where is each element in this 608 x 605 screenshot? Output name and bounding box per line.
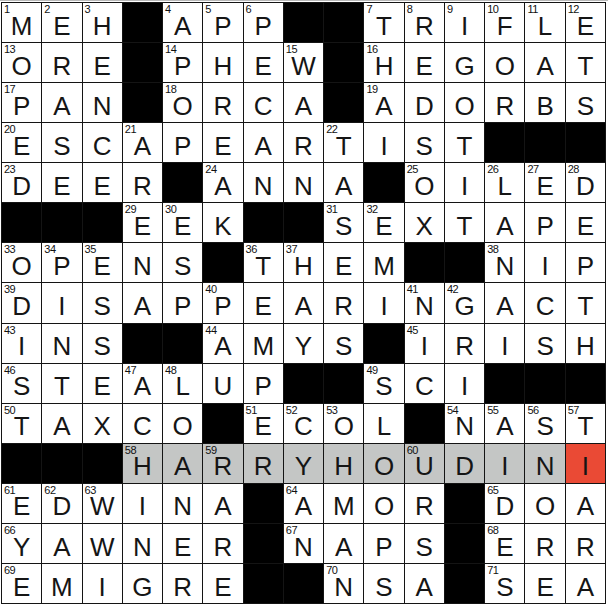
cell-r13c15[interactable]: A [566, 484, 605, 523]
cell-r11c2[interactable]: A [42, 404, 81, 443]
cell-r15c6[interactable]: E [203, 564, 242, 603]
cell-r10c5[interactable]: 48L [163, 364, 202, 403]
cell-letter-r11c3: X [93, 413, 110, 439]
clue-number-3: 3 [85, 4, 91, 15]
cell-r6c15[interactable]: E [566, 203, 605, 242]
cell-r8c15[interactable]: T [566, 283, 605, 322]
cell-r1c1[interactable]: 1M [2, 3, 41, 42]
cell-letter-r7c2: P [53, 253, 70, 279]
black-cell-r15c8 [284, 564, 323, 603]
cell-r1c5[interactable]: 4A [163, 3, 202, 42]
black-cell-r15c12 [445, 564, 484, 603]
cell-r4c8[interactable]: R [284, 123, 323, 162]
cell-letter-r8c15: T [577, 293, 593, 319]
cell-r4c4[interactable]: 21A [123, 123, 162, 162]
cell-r6c13[interactable]: A [485, 203, 524, 242]
cell-r14c13[interactable]: 68E [485, 524, 524, 563]
cell-r2c6[interactable]: H [203, 43, 242, 82]
cell-r3c15[interactable]: S [566, 83, 605, 122]
cell-letter-r14c13: E [496, 534, 513, 560]
cell-r12c5[interactable]: A [163, 444, 202, 483]
black-cell-r9c4 [123, 324, 162, 363]
cell-r9c9[interactable]: S [324, 324, 363, 363]
black-cell-r15c7 [244, 564, 283, 603]
cell-r3c10[interactable]: 19A [364, 83, 403, 122]
cell-r10c7[interactable]: P [244, 364, 283, 403]
cell-letter-r7c15: P [577, 253, 594, 279]
cell-letter-r8c11: N [415, 293, 434, 319]
cell-r3c5[interactable]: 18O [163, 83, 202, 122]
cell-letter-r3c1: P [13, 93, 30, 119]
top-edge-line [0, 0, 608, 1]
cell-r9c7[interactable]: M [244, 324, 283, 363]
cell-r12c15[interactable]: I [566, 444, 605, 483]
cell-r1c13[interactable]: 10F [485, 3, 524, 42]
cell-r7c9[interactable]: E [324, 243, 363, 282]
cell-letter-r10c5: L [175, 373, 189, 399]
cell-letter-r15c6: E [214, 574, 231, 600]
cell-r1c6[interactable]: 5P [203, 3, 242, 42]
cell-letter-r5c15: D [576, 173, 595, 199]
cell-letter-r7c14: I [541, 253, 548, 279]
cell-r13c2[interactable]: 62D [42, 484, 81, 523]
black-cell-r4c15 [566, 123, 605, 162]
cell-letter-r3c12: O [454, 93, 474, 119]
cell-r12c7[interactable]: R [244, 444, 283, 483]
black-cell-r7c6 [203, 243, 242, 282]
cell-letter-r11c13: A [496, 413, 513, 439]
cell-letter-r9c2: N [53, 333, 72, 359]
black-cell-r1c8 [284, 3, 323, 42]
cell-r5c2[interactable]: E [42, 163, 81, 202]
cell-letter-r12c5: A [174, 453, 191, 479]
cell-r9c12[interactable]: R [445, 324, 484, 363]
cell-letter-r7c3: E [93, 253, 110, 279]
cell-r1c3[interactable]: 3H [83, 3, 122, 42]
cell-r10c12[interactable]: I [445, 364, 484, 403]
cell-r6c14[interactable]: P [525, 203, 564, 242]
cell-r13c6[interactable]: A [203, 484, 242, 523]
cell-r8c4[interactable]: A [123, 283, 162, 322]
cell-r15c13[interactable]: 71S [485, 564, 524, 603]
cell-letter-r3c13: R [495, 93, 514, 119]
cell-r11c13[interactable]: 55A [485, 404, 524, 443]
cell-r8c11[interactable]: 41N [405, 283, 444, 322]
cell-r2c5[interactable]: 14P [163, 43, 202, 82]
cell-r3c13[interactable]: R [485, 83, 524, 122]
cell-r12c13[interactable]: I [485, 444, 524, 483]
cell-r4c12[interactable]: T [445, 123, 484, 162]
cell-letter-r8c12: G [454, 293, 474, 319]
cell-r7c13[interactable]: 38N [485, 243, 524, 282]
cell-r4c6[interactable]: E [203, 123, 242, 162]
cell-r5c8[interactable]: N [284, 163, 323, 202]
cell-r5c9[interactable]: A [324, 163, 363, 202]
cell-r13c5[interactable]: N [163, 484, 202, 523]
cell-letter-r10c7: P [255, 373, 272, 399]
cell-r11c9[interactable]: 53O [324, 404, 363, 443]
cell-r11c10[interactable]: L [364, 404, 403, 443]
cell-r15c3[interactable]: I [83, 564, 122, 603]
cell-r9c1[interactable]: 43I [2, 324, 41, 363]
cell-letter-r5c14: E [536, 173, 553, 199]
cell-r1c12[interactable]: 9I [445, 3, 484, 42]
cell-r12c10[interactable]: O [364, 444, 403, 483]
black-cell-r2c9 [324, 43, 363, 82]
cell-letter-r1c11: R [415, 13, 434, 39]
cell-r13c1[interactable]: 61E [2, 484, 41, 523]
cell-r10c4[interactable]: 47A [123, 364, 162, 403]
cell-r14c4[interactable]: N [123, 524, 162, 563]
cell-r10c3[interactable]: E [83, 364, 122, 403]
cell-r15c14[interactable]: E [525, 564, 564, 603]
cell-r15c4[interactable]: G [123, 564, 162, 603]
cell-r7c3[interactable]: 35E [83, 243, 122, 282]
cell-r1c11[interactable]: 8R [405, 3, 444, 42]
cell-r2c8[interactable]: 15W [284, 43, 323, 82]
cell-r2c7[interactable]: E [244, 43, 283, 82]
cell-letter-r5c11: O [414, 173, 434, 199]
cell-letter-r14c6: R [214, 534, 233, 560]
cell-r15c10[interactable]: S [364, 564, 403, 603]
cell-r4c1[interactable]: 20E [2, 123, 41, 162]
cell-r15c5[interactable]: R [163, 564, 202, 603]
cell-r12c14[interactable]: N [525, 444, 564, 483]
cell-letter-r13c10: O [374, 493, 394, 519]
cell-r6c5[interactable]: 30E [163, 203, 202, 242]
cell-r7c5[interactable]: S [163, 243, 202, 282]
cell-r10c10[interactable]: 49S [364, 364, 403, 403]
cell-letter-r7c4: N [133, 253, 152, 279]
black-cell-r10c9 [324, 364, 363, 403]
cell-r14c14[interactable]: R [525, 524, 564, 563]
cell-r14c8[interactable]: 67N [284, 524, 323, 563]
cell-r7c14[interactable]: I [525, 243, 564, 282]
cell-r15c11[interactable]: A [405, 564, 444, 603]
cell-r1c2[interactable]: 2E [42, 3, 81, 42]
black-cell-r4c14 [525, 123, 564, 162]
cell-r5c7[interactable]: N [244, 163, 283, 202]
cell-letter-r11c7: E [255, 413, 272, 439]
cell-r9c8[interactable]: Y [284, 324, 323, 363]
cell-r8c8[interactable]: A [284, 283, 323, 322]
cell-r5c6[interactable]: 24A [203, 163, 242, 202]
cell-r8c5[interactable]: P [163, 283, 202, 322]
cell-r15c1[interactable]: 69E [2, 564, 41, 603]
cell-letter-r2c6: H [214, 53, 233, 79]
cell-r2c1[interactable]: 13O [2, 43, 41, 82]
cell-letter-r2c12: G [454, 53, 474, 79]
cell-letter-r2c15: T [577, 53, 593, 79]
cell-r3c14[interactable]: B [525, 83, 564, 122]
cell-r2c15[interactable]: T [566, 43, 605, 82]
cell-r8c1[interactable]: 39D [2, 283, 41, 322]
cell-r5c15[interactable]: 28D [566, 163, 605, 202]
cell-letter-r8c10: I [380, 293, 387, 319]
cell-letter-r12c6: R [214, 453, 233, 479]
cell-letter-r4c3: C [93, 133, 112, 159]
cell-r12c6[interactable]: 59R [203, 444, 242, 483]
cell-r6c9[interactable]: 31S [324, 203, 363, 242]
cell-letter-r1c1: M [11, 13, 33, 39]
black-cell-r6c3 [83, 203, 122, 242]
cell-r14c5[interactable]: E [163, 524, 202, 563]
cell-r5c11[interactable]: 25O [405, 163, 444, 202]
cell-r8c10[interactable]: I [364, 283, 403, 322]
cell-letter-r4c7: A [255, 133, 272, 159]
cell-letter-r12c12: D [455, 453, 474, 479]
cell-r3c3[interactable]: N [83, 83, 122, 122]
cell-r4c2[interactable]: S [42, 123, 81, 162]
cell-r8c13[interactable]: A [485, 283, 524, 322]
cell-r11c12[interactable]: 54N [445, 404, 484, 443]
cell-r7c1[interactable]: 33O [2, 243, 41, 282]
cell-r6c11[interactable]: X [405, 203, 444, 242]
cell-letter-r14c4: N [133, 534, 152, 560]
cell-letter-r13c15: A [577, 493, 594, 519]
cell-letter-r13c3: W [90, 493, 115, 519]
cell-r2c10[interactable]: 16H [364, 43, 403, 82]
cell-letter-r1c12: I [461, 13, 468, 39]
cell-r1c7[interactable]: 6P [244, 3, 283, 42]
cell-letter-r14c8: N [294, 534, 313, 560]
cell-letter-r14c9: A [335, 534, 352, 560]
cell-letter-r2c14: A [536, 53, 553, 79]
cell-r7c2[interactable]: 34P [42, 243, 81, 282]
cell-letter-r5c3: E [93, 173, 110, 199]
cell-r7c4[interactable]: N [123, 243, 162, 282]
clue-number-7: 7 [366, 4, 372, 15]
cell-r2c11[interactable]: E [405, 43, 444, 82]
cell-r8c14[interactable]: C [525, 283, 564, 322]
cell-letter-r11c15: T [577, 413, 593, 439]
cell-letter-r1c3: H [93, 13, 112, 39]
cell-r14c3[interactable]: W [83, 524, 122, 563]
cell-r12c12[interactable]: D [445, 444, 484, 483]
cell-r5c1[interactable]: 23D [2, 163, 41, 202]
cell-r11c1[interactable]: 50T [2, 404, 41, 443]
cell-r11c14[interactable]: 56S [525, 404, 564, 443]
cell-r4c7[interactable]: A [244, 123, 283, 162]
cell-r3c7[interactable]: C [244, 83, 283, 122]
cell-r13c9[interactable]: M [324, 484, 363, 523]
black-cell-r14c12 [445, 524, 484, 563]
cell-letter-r12c11: U [415, 453, 434, 479]
cell-r13c10[interactable]: O [364, 484, 403, 523]
cell-letter-r3c10: A [375, 93, 392, 119]
clue-number-9: 9 [447, 4, 453, 15]
cell-r14c15[interactable]: R [566, 524, 605, 563]
cell-r9c3[interactable]: S [83, 324, 122, 363]
cell-letter-r8c9: R [334, 293, 353, 319]
cell-r3c2[interactable]: A [42, 83, 81, 122]
cell-r5c3[interactable]: E [83, 163, 122, 202]
black-cell-r11c11 [405, 404, 444, 443]
cell-r8c12[interactable]: 42G [445, 283, 484, 322]
cell-letter-r4c9: T [336, 133, 352, 159]
cell-r12c8[interactable]: Y [284, 444, 323, 483]
clue-number-45: 45 [407, 325, 418, 336]
cell-letter-r13c4: I [139, 493, 146, 519]
cell-r13c14[interactable]: O [525, 484, 564, 523]
cell-letter-r12c13: I [501, 453, 508, 479]
cell-r10c11[interactable]: C [405, 364, 444, 403]
cell-r13c11[interactable]: R [405, 484, 444, 523]
cell-letter-r12c10: O [374, 453, 394, 479]
cell-r14c1[interactable]: 66Y [2, 524, 41, 563]
cell-r11c4[interactable]: C [123, 404, 162, 443]
cell-letter-r13c11: R [415, 493, 434, 519]
cell-r14c9[interactable]: A [324, 524, 363, 563]
cell-r8c2[interactable]: I [42, 283, 81, 322]
cell-letter-r10c1: S [13, 373, 30, 399]
cell-r1c10[interactable]: 7T [364, 3, 403, 42]
cell-r13c3[interactable]: 63W [83, 484, 122, 523]
cell-letter-r13c6: A [214, 493, 231, 519]
cell-r3c8[interactable]: A [284, 83, 323, 122]
cell-letter-r13c5: N [173, 493, 192, 519]
cell-r7c15[interactable]: P [566, 243, 605, 282]
cell-r12c4[interactable]: 58H [123, 444, 162, 483]
cell-r3c1[interactable]: 17P [2, 83, 41, 122]
cell-letter-r2c7: E [255, 53, 272, 79]
black-cell-r6c7 [244, 203, 283, 242]
black-cell-r13c7 [244, 484, 283, 523]
cell-r13c13[interactable]: 65D [485, 484, 524, 523]
cell-letter-r4c4: A [134, 133, 151, 159]
cell-r6c4[interactable]: 29E [123, 203, 162, 242]
cell-r4c11[interactable]: S [405, 123, 444, 162]
cell-letter-r13c13: D [495, 493, 514, 519]
cell-letter-r13c8: A [295, 493, 312, 519]
cell-letter-r6c9: S [335, 213, 352, 239]
cell-r7c10[interactable]: M [364, 243, 403, 282]
clue-number-2: 2 [44, 4, 50, 15]
cell-r7c7[interactable]: 36T [244, 243, 283, 282]
cell-r11c5[interactable]: O [163, 404, 202, 443]
cell-r12c9[interactable]: H [324, 444, 363, 483]
cell-r7c8[interactable]: 37H [284, 243, 323, 282]
cell-letter-r2c8: W [291, 53, 316, 79]
cell-r2c2[interactable]: R [42, 43, 81, 82]
cell-letter-r10c4: A [134, 373, 151, 399]
cell-letter-r6c14: P [536, 213, 553, 239]
cell-r5c13[interactable]: 26L [485, 163, 524, 202]
cell-r9c14[interactable]: S [525, 324, 564, 363]
cell-letter-r14c1: Y [13, 534, 30, 560]
cell-r12c11[interactable]: 60U [405, 444, 444, 483]
cell-r4c5[interactable]: P [163, 123, 202, 162]
cell-letter-r14c3: W [90, 534, 115, 560]
cell-r9c13[interactable]: I [485, 324, 524, 363]
cell-letter-r1c10: T [376, 13, 392, 39]
cell-r13c8[interactable]: 64A [284, 484, 323, 523]
cell-letter-r8c6: P [214, 293, 231, 319]
cell-letter-r7c13: N [495, 253, 514, 279]
cell-r1c15[interactable]: 12E [566, 3, 605, 42]
cell-r9c11[interactable]: 45I [405, 324, 444, 363]
cell-r10c2[interactable]: T [42, 364, 81, 403]
cell-r10c6[interactable]: U [203, 364, 242, 403]
cell-r5c14[interactable]: 27E [525, 163, 564, 202]
cell-r10c1[interactable]: 46S [2, 364, 41, 403]
cell-r8c6[interactable]: 40P [203, 283, 242, 322]
cell-letter-r5c1: D [12, 173, 31, 199]
cell-letter-r7c1: O [12, 253, 32, 279]
cell-r9c15[interactable]: H [566, 324, 605, 363]
cell-r14c11[interactable]: S [405, 524, 444, 563]
black-cell-r9c10 [364, 324, 403, 363]
cell-letter-r14c10: P [375, 534, 392, 560]
black-cell-r6c2 [42, 203, 81, 242]
cell-letter-r2c10: H [375, 53, 394, 79]
cell-letter-r8c3: S [93, 293, 110, 319]
cell-letter-r5c8: N [294, 173, 313, 199]
cell-r5c12[interactable]: I [445, 163, 484, 202]
cell-r14c6[interactable]: R [203, 524, 242, 563]
cell-r3c11[interactable]: D [405, 83, 444, 122]
cell-r5c4[interactable]: R [123, 163, 162, 202]
cell-r13c4[interactable]: I [123, 484, 162, 523]
cell-letter-r6c11: X [416, 213, 433, 239]
cell-r6c6[interactable]: K [203, 203, 242, 242]
cell-r14c2[interactable]: A [42, 524, 81, 563]
cell-r2c13[interactable]: O [485, 43, 524, 82]
cell-letter-r8c4: A [134, 293, 151, 319]
cell-r1c14[interactable]: 11L [525, 3, 564, 42]
cell-r9c6[interactable]: 44A [203, 324, 242, 363]
cell-letter-r9c13: I [501, 333, 508, 359]
cell-letter-r9c7: M [252, 333, 274, 359]
black-cell-r9c5 [163, 324, 202, 363]
cell-r11c3[interactable]: X [83, 404, 122, 443]
black-cell-r1c4 [123, 3, 162, 42]
cell-r14c10[interactable]: P [364, 524, 403, 563]
cell-r8c9[interactable]: R [324, 283, 363, 322]
cell-letter-r4c12: T [457, 133, 473, 159]
cell-r8c7[interactable]: E [244, 283, 283, 322]
cell-r11c7[interactable]: 51E [244, 404, 283, 443]
cell-r9c2[interactable]: N [42, 324, 81, 363]
cell-r11c8[interactable]: 52C [284, 404, 323, 443]
cell-r3c12[interactable]: O [445, 83, 484, 122]
cell-letter-r2c3: E [93, 53, 110, 79]
cell-r4c10[interactable]: I [364, 123, 403, 162]
cell-r6c12[interactable]: T [445, 203, 484, 242]
cell-r6c10[interactable]: 32E [364, 203, 403, 242]
cell-letter-r3c5: O [173, 93, 193, 119]
cell-r3c6[interactable]: R [203, 83, 242, 122]
cell-letter-r5c7: N [254, 173, 273, 199]
cell-r15c15[interactable]: A [566, 564, 605, 603]
cell-letter-r10c12: I [461, 373, 468, 399]
cell-r15c2[interactable]: M [42, 564, 81, 603]
cell-letter-r6c6: K [214, 213, 231, 239]
cell-r4c9[interactable]: 22T [324, 123, 363, 162]
cell-r2c3[interactable]: E [83, 43, 122, 82]
cell-r11c15[interactable]: 57T [566, 404, 605, 443]
black-cell-r10c13 [485, 364, 524, 403]
black-cell-r6c1 [2, 203, 41, 242]
cell-r2c14[interactable]: A [525, 43, 564, 82]
cell-r2c12[interactable]: G [445, 43, 484, 82]
cell-letter-r9c15: H [576, 333, 595, 359]
cell-letter-r11c10: L [377, 413, 391, 439]
cell-r4c3[interactable]: C [83, 123, 122, 162]
cell-r15c9[interactable]: 70N [324, 564, 363, 603]
cell-letter-r5c4: R [133, 173, 152, 199]
cell-r8c3[interactable]: S [83, 283, 122, 322]
